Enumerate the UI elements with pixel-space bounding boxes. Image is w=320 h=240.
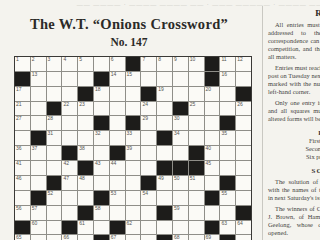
cell-number: 22	[63, 101, 69, 107]
grid-cell[interactable]: 19	[157, 87, 172, 101]
black-cell	[205, 191, 220, 205]
grid-cell[interactable]	[94, 176, 109, 190]
grid-cell[interactable]: 43	[94, 161, 109, 175]
black-cell	[126, 57, 141, 71]
grid-cell[interactable]: 58	[94, 206, 109, 220]
grid-cell[interactable]	[62, 72, 77, 86]
grid-cell[interactable]	[110, 131, 125, 145]
grid-cell[interactable]	[236, 161, 251, 175]
cell-number: 21	[16, 101, 22, 107]
grid-cell[interactable]	[78, 191, 93, 205]
grid-cell[interactable]	[110, 116, 125, 130]
grid-cell[interactable]	[236, 191, 251, 205]
grid-cell[interactable]	[110, 87, 125, 101]
grid-cell[interactable]	[173, 191, 188, 205]
grid-cell[interactable]: 25	[189, 102, 204, 116]
black-cell	[157, 206, 172, 220]
grid-cell[interactable]	[236, 235, 251, 240]
cell-number: 32	[95, 130, 101, 136]
crossword-grid: 1234567891011121314151617181920212223242…	[14, 56, 252, 240]
cell-number: 38	[79, 145, 85, 151]
grid-cell[interactable]: 23	[78, 102, 93, 116]
grid-cell[interactable]: 52	[47, 191, 62, 205]
cell-number: 55	[221, 190, 227, 196]
rules-paragraph: Only one entry is allowed to each compet…	[268, 99, 320, 123]
grid-cell[interactable]	[173, 146, 188, 160]
grid-cell[interactable]: 61	[78, 221, 93, 235]
grid-cell[interactable]: 46	[15, 176, 30, 190]
cell-number: 62	[127, 220, 133, 226]
black-cell	[189, 146, 204, 160]
rules-paragraph: All entries must be made on this form an…	[268, 21, 320, 61]
cell-number: 43	[95, 160, 101, 166]
grid-cell[interactable]: 48	[78, 176, 93, 190]
black-cell	[94, 191, 109, 205]
grid-cell[interactable]	[141, 161, 156, 175]
grid-cell[interactable]: 33	[126, 131, 141, 145]
cell-number: 63	[221, 220, 227, 226]
cell-number: 3	[48, 56, 51, 62]
grid-cell[interactable]: 39	[126, 146, 141, 160]
cell-number: 24	[142, 101, 148, 107]
grid-cell[interactable]: 21	[15, 102, 30, 116]
grid-cell[interactable]: 66	[62, 235, 77, 240]
grid-cell[interactable]: 28	[47, 116, 62, 130]
grid-cell[interactable]	[47, 161, 62, 175]
cell-number: 52	[48, 190, 54, 196]
black-cell	[94, 72, 109, 86]
cell-number: 44	[111, 160, 117, 166]
puzzle-title: The W.T. “Onions Crossword”	[0, 16, 258, 33]
black-cell	[220, 116, 235, 130]
grid-cell[interactable]	[47, 72, 62, 86]
grid-cell[interactable]: 7	[141, 57, 156, 71]
grid-cell[interactable]	[189, 116, 204, 130]
grid-cell[interactable]	[141, 221, 156, 235]
cell-number: 7	[142, 56, 145, 62]
grid-cell[interactable]: 35	[220, 131, 235, 145]
grid-cell[interactable]	[189, 72, 204, 86]
grid-cell[interactable]	[157, 116, 172, 130]
grid-cell[interactable]	[62, 87, 77, 101]
cell-number: 50	[174, 175, 180, 181]
black-cell	[205, 72, 220, 86]
cell-number: 27	[16, 115, 22, 121]
black-cell	[236, 206, 251, 220]
grid-cell[interactable]: 50	[173, 176, 188, 190]
grid-cell[interactable]: 3	[47, 57, 62, 71]
grid-cell[interactable]: 51	[189, 176, 204, 190]
rules-paragraph: Entries must reach this office not later…	[268, 64, 320, 96]
grid-cell[interactable]	[126, 161, 141, 175]
grid-cell[interactable]	[189, 206, 204, 220]
cell-number: 9	[174, 56, 177, 62]
black-cell	[15, 72, 30, 86]
grid-cell[interactable]: 53	[110, 191, 125, 205]
grid-cell[interactable]: 60	[31, 221, 46, 235]
grid-cell[interactable]	[94, 146, 109, 160]
grid-cell[interactable]: 20	[205, 87, 220, 101]
grid-cell[interactable]: 57	[31, 206, 46, 220]
cell-number: 13	[32, 71, 38, 77]
cell-number: 28	[48, 115, 54, 121]
prize-line: Six prizes of 5/- each.	[270, 153, 320, 161]
grid-cell[interactable]	[31, 176, 46, 190]
grid-cell[interactable]: 13	[31, 72, 46, 86]
grid-cell[interactable]: 8	[157, 57, 172, 71]
grid-cell[interactable]	[126, 191, 141, 205]
grid-cell[interactable]: 32	[94, 131, 109, 145]
cell-number: 16	[221, 71, 227, 77]
cell-number: 54	[142, 190, 148, 196]
prize-line: Second prize ... £1 1 0	[270, 145, 320, 153]
cell-number: 33	[127, 130, 133, 136]
grid-cell[interactable]	[78, 72, 93, 86]
black-cell	[110, 221, 125, 235]
puzzle-section: The W.T. “Onions Crossword” No. 147 1234…	[0, 10, 258, 240]
grid-cell[interactable]	[189, 191, 204, 205]
grid-cell[interactable]: 15	[126, 72, 141, 86]
grid-cell[interactable]: 11	[220, 57, 235, 71]
cell-number: 1	[16, 56, 19, 62]
cell-number: 15	[127, 71, 133, 77]
black-cell	[62, 221, 77, 235]
cell-number: 30	[174, 115, 180, 121]
grid-cell[interactable]	[157, 146, 172, 160]
rules-body: All entries must be made on this form an…	[268, 21, 320, 240]
grid-cell[interactable]: 31	[47, 131, 62, 145]
grid-cell[interactable]	[47, 87, 62, 101]
grid-cell[interactable]: 55	[220, 191, 235, 205]
grid-cell[interactable]: 2	[31, 57, 46, 71]
cell-number: 37	[32, 145, 38, 151]
rules-subheading: PRIZES	[268, 129, 320, 137]
grid-cell[interactable]	[62, 131, 77, 145]
grid-cell[interactable]: 36	[15, 146, 30, 160]
grid-cell[interactable]	[47, 146, 62, 160]
cell-number: 51	[190, 175, 196, 181]
cell-number: 59	[174, 205, 180, 211]
grid-cell[interactable]: 65	[15, 235, 30, 240]
grid-cell[interactable]: 67	[110, 235, 125, 240]
grid-cell[interactable]	[126, 176, 141, 190]
grid-cell[interactable]: 4	[62, 57, 77, 71]
cell-number: 40	[206, 145, 212, 151]
grid-cell[interactable]	[236, 72, 251, 86]
cell-number: 19	[158, 86, 164, 92]
cell-number: 46	[16, 175, 22, 181]
grid-cell[interactable]	[110, 102, 125, 116]
grid-cell[interactable]	[94, 102, 109, 116]
grid-cell[interactable]	[157, 191, 172, 205]
black-cell	[220, 235, 235, 240]
grid-cell[interactable]: 47	[62, 176, 77, 190]
grid-cell[interactable]	[205, 131, 220, 145]
grid-cell[interactable]	[110, 176, 125, 190]
black-cell	[157, 131, 172, 145]
cell-number: 67	[111, 234, 117, 240]
grid-cell[interactable]	[78, 131, 93, 145]
grid-cell[interactable]: 44	[110, 161, 125, 175]
grid-cell[interactable]: 45	[205, 161, 220, 175]
grid-cell[interactable]	[236, 176, 251, 190]
black-cell	[189, 161, 204, 175]
grid-cell[interactable]	[220, 146, 235, 160]
black-cell	[47, 176, 62, 190]
grid-cell[interactable]: 62	[126, 221, 141, 235]
cell-number: 4	[63, 56, 66, 62]
cell-number: 17	[16, 86, 22, 92]
grid-cell[interactable]	[220, 87, 235, 101]
black-cell	[236, 87, 251, 101]
grid-cell[interactable]	[220, 102, 235, 116]
cell-number: 69	[206, 234, 212, 240]
grid-cell[interactable]: 22	[62, 102, 77, 116]
cell-number: 36	[16, 145, 22, 151]
grid-cell[interactable]	[126, 206, 141, 220]
grid-cell[interactable]: 54	[141, 191, 156, 205]
grid-cell[interactable]	[236, 146, 251, 160]
rules-column: RULES All entries must be made on this f…	[262, 6, 320, 240]
grid-cell[interactable]: 18	[94, 87, 109, 101]
black-cell	[173, 102, 188, 116]
cell-number: 10	[190, 56, 196, 62]
cell-number: 25	[190, 101, 196, 107]
grid-cell[interactable]	[189, 235, 204, 240]
cell-number: 23	[79, 101, 85, 107]
newspaper-page: —— ———— · ———— ———— —— · ——— ————— · ———…	[0, 0, 320, 240]
cell-number: 68	[174, 234, 180, 240]
grid-cell[interactable]: 64	[236, 221, 251, 235]
grid-cell[interactable]	[31, 116, 46, 130]
grid-cell[interactable]	[157, 221, 172, 235]
grid-cell[interactable]	[236, 116, 251, 130]
grid-cell[interactable]: 40	[205, 146, 220, 160]
cell-number: 39	[127, 145, 133, 151]
grid-cell[interactable]	[126, 235, 141, 240]
black-cell	[157, 161, 172, 175]
prize-line: First prize ... £2 2 0	[270, 137, 320, 145]
black-cell	[205, 221, 220, 235]
cell-number: 12	[237, 56, 243, 62]
grid-cell[interactable]	[78, 116, 93, 130]
cell-number: 49	[158, 175, 164, 181]
grid-cell[interactable]: 6	[110, 57, 125, 71]
grid-cell[interactable]	[62, 191, 77, 205]
black-cell	[15, 221, 30, 235]
grid-cell[interactable]	[31, 102, 46, 116]
grid-cell[interactable]	[47, 221, 62, 235]
black-cell	[126, 116, 141, 130]
rules-heading: RULES	[268, 8, 320, 18]
grid-cell[interactable]: 5	[78, 57, 93, 71]
grid-cell[interactable]	[157, 72, 172, 86]
grid-cell[interactable]	[47, 206, 62, 220]
black-cell	[220, 176, 235, 190]
grid-cell[interactable]: 42	[62, 161, 77, 175]
black-cell	[31, 131, 46, 145]
cell-number: 64	[237, 220, 243, 226]
grid-cell[interactable]	[94, 221, 109, 235]
grid-cell[interactable]	[31, 235, 46, 240]
black-cell	[157, 235, 172, 240]
grid-cell[interactable]	[78, 235, 93, 240]
cell-number: 66	[63, 234, 69, 240]
cell-number: 5	[79, 56, 82, 62]
grid-cell[interactable]	[189, 131, 204, 145]
cell-number: 31	[48, 130, 54, 136]
black-cell	[31, 191, 46, 205]
cell-number: 35	[221, 130, 227, 136]
cell-number: 57	[32, 205, 38, 211]
black-cell	[78, 161, 93, 175]
grid-cell[interactable]	[220, 206, 235, 220]
cell-number: 11	[221, 56, 226, 62]
black-cell	[47, 102, 62, 116]
black-cell	[78, 87, 93, 101]
grid-cell[interactable]: 68	[173, 235, 188, 240]
cell-number: 8	[158, 56, 161, 62]
grid-cell[interactable]	[47, 235, 62, 240]
grid-cell[interactable]: 69	[205, 235, 220, 240]
grid-cell[interactable]: 49	[157, 176, 172, 190]
grid-cell[interactable]: 63	[220, 221, 235, 235]
grid-cell[interactable]	[205, 176, 220, 190]
cell-number: 53	[111, 190, 117, 196]
black-cell	[205, 57, 220, 71]
grid-cell[interactable]: 30	[173, 116, 188, 130]
black-cell	[62, 146, 77, 160]
grid-cell[interactable]: 27	[15, 116, 30, 130]
cell-number: 65	[16, 234, 22, 240]
puzzle-number: No. 147	[0, 36, 258, 48]
grid-cell[interactable]	[205, 116, 220, 130]
grid-cell[interactable]: 34	[173, 131, 188, 145]
grid-cell[interactable]: 9	[173, 57, 188, 71]
grid-cell[interactable]	[110, 206, 125, 220]
grid-cell[interactable]: 24	[141, 102, 156, 116]
grid-cell[interactable]	[189, 87, 204, 101]
grid-cell[interactable]	[157, 102, 172, 116]
rules-paragraph: The solution of last week's puzzle, toge…	[268, 178, 320, 202]
grid-cell[interactable]	[62, 116, 77, 130]
grid-cell[interactable]	[189, 221, 204, 235]
grid-cell[interactable]	[205, 206, 220, 220]
grid-cell[interactable]	[15, 191, 30, 205]
grid-cell[interactable]	[141, 131, 156, 145]
grid-cell[interactable]: 29	[141, 116, 156, 130]
cell-number: 20	[206, 86, 212, 92]
grid-cell[interactable]: 1	[15, 57, 30, 71]
cell-number: 18	[95, 86, 101, 92]
grid-cell[interactable]	[31, 87, 46, 101]
grid-cell[interactable]	[173, 87, 188, 101]
grid-cell[interactable]	[94, 57, 109, 71]
cell-number: 42	[63, 160, 69, 166]
grid-cell[interactable]	[141, 146, 156, 160]
black-cell	[94, 116, 109, 130]
cell-number: 26	[237, 101, 243, 107]
black-cell	[141, 87, 156, 101]
grid-cell[interactable]	[126, 102, 141, 116]
cell-number: 47	[63, 175, 69, 181]
grid-cell[interactable]	[31, 161, 46, 175]
grid-cell[interactable]	[62, 206, 77, 220]
grid-cell[interactable]: 16	[220, 72, 235, 86]
cell-number: 41	[16, 160, 22, 166]
cell-number: 61	[79, 220, 85, 226]
grid-cell[interactable]: 59	[173, 206, 188, 220]
grid-cell[interactable]	[141, 72, 156, 86]
cell-number: 14	[111, 71, 117, 77]
black-cell	[78, 206, 93, 220]
grid-cell[interactable]: 37	[31, 146, 46, 160]
black-cell	[173, 161, 188, 175]
grid-cell[interactable]: 10	[189, 57, 204, 71]
grid-cell[interactable]: 17	[15, 87, 30, 101]
rules-subheading: SOLUTION	[268, 167, 320, 175]
grid-cell[interactable]	[220, 161, 235, 175]
grid-cell[interactable]: 38	[78, 146, 93, 160]
grid-cell[interactable]	[236, 131, 251, 145]
black-cell	[94, 235, 109, 240]
grid-cell[interactable]	[205, 102, 220, 116]
grid-cell[interactable]	[15, 131, 30, 145]
cell-number: 48	[79, 175, 85, 181]
rules-paragraph: The winners of Crossword No. 146 were: M…	[268, 205, 320, 237]
cell-number: 56	[16, 205, 22, 211]
cell-number: 2	[32, 56, 35, 62]
black-cell	[141, 176, 156, 190]
grid-cell[interactable]	[126, 87, 141, 101]
black-cell	[110, 146, 125, 160]
grid-cell[interactable]	[173, 221, 188, 235]
grid-cell[interactable]	[141, 206, 156, 220]
cell-number: 29	[142, 115, 148, 121]
cell-number: 34	[174, 130, 180, 136]
grid-cell[interactable]: 26	[236, 102, 251, 116]
grid-cell[interactable]	[173, 72, 188, 86]
grid-cell[interactable]: 41	[15, 161, 30, 175]
grid-cell[interactable]: 12	[236, 57, 251, 71]
grid-cell[interactable]: 56	[15, 206, 30, 220]
grid-cell[interactable]: 14	[110, 72, 125, 86]
grid-cell[interactable]	[141, 235, 156, 240]
cell-number: 58	[95, 205, 101, 211]
cell-number: 60	[32, 220, 38, 226]
cell-number: 6	[111, 56, 114, 62]
cell-number: 45	[206, 160, 212, 166]
